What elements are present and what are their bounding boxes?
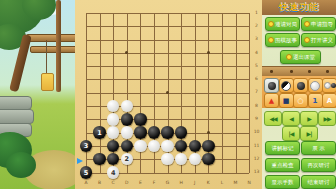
white-stone-tool[interactable] xyxy=(308,78,323,93)
alternate-stone-tool[interactable] xyxy=(279,78,294,93)
black-stone-icon xyxy=(331,83,336,88)
jump-to-end-button[interactable]: ▶| xyxy=(300,126,318,141)
intersection-H11[interactable] xyxy=(174,139,188,152)
intersection-G1[interactable] xyxy=(161,6,175,19)
intersection-C12[interactable] xyxy=(106,153,120,166)
intersection-G11[interactable] xyxy=(161,139,175,152)
intersection-L13[interactable] xyxy=(215,166,229,179)
intersection-J11[interactable] xyxy=(188,139,202,152)
circle-mark-tool[interactable]: ○ xyxy=(293,93,308,108)
intersection-E6[interactable] xyxy=(134,73,148,86)
intersection-M13[interactable] xyxy=(229,166,243,179)
white-stone-icon xyxy=(324,82,331,89)
triangle-mark-tool[interactable]: ▲ xyxy=(264,93,279,108)
column-labels: ABCDEFGHJKLMN xyxy=(79,181,256,186)
row-label-7: 7 xyxy=(252,86,261,99)
black-stone-J11 xyxy=(189,140,201,152)
fast-forward-icon: ▶▶ xyxy=(323,115,330,122)
nail-icon xyxy=(270,70,273,73)
alternate-stone-icon xyxy=(281,81,291,91)
button-dot-icon xyxy=(268,37,274,43)
intersection-H4[interactable] xyxy=(174,46,188,59)
circle-icon: ○ xyxy=(297,97,303,105)
intersection-F1[interactable] xyxy=(147,6,161,19)
intersection-B4[interactable] xyxy=(93,46,107,59)
white-stone-C10 xyxy=(107,126,119,138)
intersection-A8[interactable] xyxy=(79,99,93,112)
intersection-C5[interactable] xyxy=(106,59,120,72)
intersection-K11[interactable] xyxy=(202,139,216,152)
black-stone-K12 xyxy=(202,153,214,165)
intersection-D4[interactable] xyxy=(120,46,134,59)
intersection-B9[interactable] xyxy=(93,113,107,126)
go-board: 13254 ABCDEFGHJKLMN 12345678910111213 xyxy=(75,0,262,189)
intersection-M8[interactable] xyxy=(229,99,243,112)
intersection-M4[interactable] xyxy=(229,46,243,59)
wooden-pole xyxy=(56,0,61,92)
intersection-C1[interactable] xyxy=(106,6,120,19)
intersection-F5[interactable] xyxy=(147,59,161,72)
pointer-marker-icon xyxy=(77,158,83,164)
row-label-13: 13 xyxy=(252,166,261,179)
intersection-J12[interactable] xyxy=(188,153,202,166)
intersection-G6[interactable] xyxy=(161,73,175,86)
black-stone-icon xyxy=(297,82,305,90)
intersection-A13[interactable]: 5 xyxy=(79,166,93,179)
column-label-M: M xyxy=(229,181,243,186)
intersection-D3[interactable] xyxy=(120,33,134,46)
intersection-B12[interactable] xyxy=(93,153,107,166)
intersection-J3[interactable] xyxy=(188,33,202,46)
intersection-J10[interactable] xyxy=(188,126,202,139)
button-dot-icon xyxy=(286,54,292,60)
show-button[interactable]: 展 示 xyxy=(301,141,336,155)
intersection-A6[interactable] xyxy=(79,73,93,86)
intersection-L7[interactable] xyxy=(215,86,229,99)
black-stone-E9 xyxy=(134,113,146,125)
side-panel: 快速功能 邀请对局 申请指导 围棋故事 打开讲义 退出课堂 ▲ ■ ○ 1 A … xyxy=(262,0,336,189)
intersection-M12[interactable] xyxy=(229,153,243,166)
square-mark-tool[interactable]: ■ xyxy=(279,93,294,108)
intersection-B11[interactable] xyxy=(93,139,107,152)
black-stone-D11 xyxy=(121,140,133,152)
intersection-E3[interactable] xyxy=(134,33,148,46)
intersection-K6[interactable] xyxy=(202,73,216,86)
step-backward-icon: ◀ xyxy=(289,115,293,122)
fast-forward-button[interactable]: ▶▶ xyxy=(318,111,336,126)
intersection-J5[interactable] xyxy=(188,59,202,72)
intersection-C3[interactable] xyxy=(106,33,120,46)
star-point-G7 xyxy=(166,91,169,94)
stone-steps xyxy=(0,96,32,110)
intersection-G3[interactable] xyxy=(161,33,175,46)
button-label: 结束研讨 xyxy=(308,179,330,186)
intersection-L3[interactable] xyxy=(215,33,229,46)
intersection-F9[interactable] xyxy=(147,113,161,126)
intersection-B13[interactable] xyxy=(93,166,107,179)
row-label-10: 10 xyxy=(252,126,261,139)
rope xyxy=(46,40,47,74)
go-classroom-app: { "game": "go", "board": { "size": 13, "… xyxy=(0,0,336,189)
white-stone-H12 xyxy=(175,153,187,165)
quick-button-label: 打开讲义 xyxy=(311,37,333,44)
intersection-G9[interactable] xyxy=(161,113,175,126)
jump-to-start-button[interactable]: |◀ xyxy=(282,126,300,141)
intersection-L11[interactable] xyxy=(215,139,229,152)
intersection-A11[interactable]: 3 xyxy=(79,139,93,152)
white-stone-C8 xyxy=(107,100,119,112)
intersection-C7[interactable] xyxy=(106,86,120,99)
intersection-G13[interactable] xyxy=(161,166,175,179)
intersection-D7[interactable] xyxy=(120,86,134,99)
black-stone-D9 xyxy=(121,113,133,125)
intersection-C4[interactable] xyxy=(106,46,120,59)
intersection-K2[interactable] xyxy=(202,20,216,33)
intersection-G4[interactable] xyxy=(161,46,175,59)
intersection-C9[interactable] xyxy=(106,113,120,126)
intersection-C6[interactable] xyxy=(106,73,120,86)
nail-icon xyxy=(326,70,329,73)
row-label-6: 6 xyxy=(252,73,261,86)
show-move-numbers-button[interactable]: 显示手数 xyxy=(265,175,300,189)
intersection-H12[interactable] xyxy=(174,153,188,166)
intersection-D8[interactable] xyxy=(120,99,134,112)
intersection-F11[interactable] xyxy=(147,139,161,152)
black-stone-C12 xyxy=(107,153,119,165)
intersection-E5[interactable] xyxy=(134,59,148,72)
quick-button-label: 申请指导 xyxy=(311,21,333,28)
intersection-M9[interactable] xyxy=(229,113,243,126)
lecture-marks-button[interactable]: 讲解标记 xyxy=(265,141,300,155)
row-label-2: 2 xyxy=(252,20,261,33)
intersection-D11[interactable] xyxy=(120,139,134,152)
intersection-A5[interactable] xyxy=(79,59,93,72)
white-stone-D8 xyxy=(121,100,133,112)
intersection-H5[interactable] xyxy=(174,59,188,72)
intersection-L1[interactable] xyxy=(215,6,229,19)
column-label-J: J xyxy=(188,181,202,186)
intersection-H2[interactable] xyxy=(174,20,188,33)
column-label-C: C xyxy=(106,181,120,186)
intersection-D2[interactable] xyxy=(120,20,134,33)
intersection-M6[interactable] xyxy=(229,73,243,86)
intersection-H3[interactable] xyxy=(174,33,188,46)
scene-background xyxy=(0,0,75,189)
row-label-1: 1 xyxy=(252,6,261,19)
fast-backward-button[interactable]: ◀◀ xyxy=(264,111,282,126)
exit-classroom-button[interactable]: 退出课堂 xyxy=(280,50,321,64)
column-label-N: N xyxy=(242,181,256,186)
intersection-K9[interactable] xyxy=(202,113,216,126)
intersection-E12[interactable] xyxy=(134,153,148,166)
intersection-G12[interactable] xyxy=(161,153,175,166)
intersection-K7[interactable] xyxy=(202,86,216,99)
jump-to-end-icon: ▶| xyxy=(307,130,312,137)
intersection-B1[interactable] xyxy=(93,6,107,19)
intersection-M5[interactable] xyxy=(229,59,243,72)
intersection-M1[interactable] xyxy=(229,6,243,19)
step-forward-button[interactable]: ▶ xyxy=(300,111,318,126)
intersection-F2[interactable] xyxy=(147,20,161,33)
column-label-E: E xyxy=(134,181,148,186)
end-discussion-button[interactable]: 结束研讨 xyxy=(301,175,336,189)
intersection-B2[interactable] xyxy=(93,20,107,33)
intersection-M2[interactable] xyxy=(229,20,243,33)
intersection-C2[interactable] xyxy=(106,20,120,33)
black-stone-H10 xyxy=(175,126,187,138)
button-dot-icon xyxy=(268,21,274,27)
column-label-H: H xyxy=(174,181,188,186)
letter-icon: A xyxy=(327,97,332,105)
column-label-D: D xyxy=(120,181,134,186)
intersection-H6[interactable] xyxy=(174,73,188,86)
black-stone-C11 xyxy=(107,140,119,152)
intersection-F13[interactable] xyxy=(147,166,161,179)
intersection-G5[interactable] xyxy=(161,59,175,72)
intersection-L10[interactable] xyxy=(215,126,229,139)
quick-button-label: 邀请对局 xyxy=(275,21,297,28)
intersection-C13[interactable]: 4 xyxy=(106,166,120,179)
black-stone-E10 xyxy=(134,126,146,138)
row-label-4: 4 xyxy=(252,46,261,59)
panel-title: 快速功能 xyxy=(279,1,319,14)
white-stone-D12: 2 xyxy=(121,153,133,165)
black-stone-A11: 3 xyxy=(80,140,92,152)
intersection-L8[interactable] xyxy=(215,99,229,112)
intersection-J1[interactable] xyxy=(188,6,202,19)
intersection-G7[interactable] xyxy=(161,86,175,99)
key-point-check-button[interactable]: 重点检查 xyxy=(265,158,300,172)
intersection-E13[interactable] xyxy=(134,166,148,179)
intersection-M7[interactable] xyxy=(229,86,243,99)
white-stone-icon xyxy=(310,81,320,91)
intersection-H1[interactable] xyxy=(174,6,188,19)
intersection-J8[interactable] xyxy=(188,99,202,112)
intersection-L5[interactable] xyxy=(215,59,229,72)
intersection-D10[interactable] xyxy=(120,126,134,139)
hanging-tag xyxy=(41,73,54,91)
intersection-E9[interactable] xyxy=(134,113,148,126)
intersection-E7[interactable] xyxy=(134,86,148,99)
white-stone-C9 xyxy=(107,113,119,125)
intersection-B5[interactable] xyxy=(93,59,107,72)
star-point-K4 xyxy=(207,51,210,54)
panel-header: 快速功能 xyxy=(262,0,336,15)
intersection-K8[interactable] xyxy=(202,99,216,112)
go-grid: 13254 xyxy=(79,6,256,179)
intersection-F6[interactable] xyxy=(147,73,161,86)
intersection-J13[interactable] xyxy=(188,166,202,179)
intersection-D6[interactable] xyxy=(120,73,134,86)
intersection-E4[interactable] xyxy=(134,46,148,59)
intersection-J7[interactable] xyxy=(188,86,202,99)
intersection-K10[interactable] xyxy=(202,126,216,139)
black-stone-K11 xyxy=(202,140,214,152)
black-stone-A13: 5 xyxy=(80,166,92,178)
wooden-bridge xyxy=(26,34,75,42)
black-stone-H11 xyxy=(175,140,187,152)
intersection-A2[interactable] xyxy=(79,20,93,33)
white-stone-J12 xyxy=(189,153,201,165)
intersection-F12[interactable] xyxy=(147,153,161,166)
black-stone-tool[interactable] xyxy=(264,78,279,93)
intersection-G8[interactable] xyxy=(161,99,175,112)
row-labels: 12345678910111213 xyxy=(252,6,261,179)
trial-stone-tool[interactable] xyxy=(322,78,336,93)
intersection-D5[interactable] xyxy=(120,59,134,72)
white-stone-F11 xyxy=(148,140,160,152)
intersection-B10[interactable]: 1 xyxy=(93,126,107,139)
column-label-F: F xyxy=(147,181,161,186)
intersection-B7[interactable] xyxy=(93,86,107,99)
intersection-E8[interactable] xyxy=(134,99,148,112)
intersection-E1[interactable] xyxy=(134,6,148,19)
intersection-E10[interactable] xyxy=(134,126,148,139)
row-label-3: 3 xyxy=(252,33,261,46)
intersection-E2[interactable] xyxy=(134,20,148,33)
intersection-J4[interactable] xyxy=(188,46,202,59)
intersection-A9[interactable] xyxy=(79,113,93,126)
intersection-L12[interactable] xyxy=(215,153,229,166)
number-icon: 1 xyxy=(313,97,318,105)
column-label-L: L xyxy=(215,181,229,186)
intersection-F10[interactable] xyxy=(147,126,161,139)
intersection-K5[interactable] xyxy=(202,59,216,72)
intersection-F8[interactable] xyxy=(147,99,161,112)
quick-button-label: 围棋故事 xyxy=(275,37,297,44)
intersection-L6[interactable] xyxy=(215,73,229,86)
column-label-A: A xyxy=(79,181,93,186)
intersection-H9[interactable] xyxy=(174,113,188,126)
row-label-5: 5 xyxy=(252,59,261,72)
black-stone-G10 xyxy=(161,126,173,138)
intersection-F7[interactable] xyxy=(147,86,161,99)
intersection-J6[interactable] xyxy=(188,73,202,86)
intersection-K1[interactable] xyxy=(202,6,216,19)
intersection-M10[interactable] xyxy=(229,126,243,139)
white-stone-D10 xyxy=(121,126,133,138)
row-label-9: 9 xyxy=(252,113,261,126)
intersection-B8[interactable] xyxy=(93,99,107,112)
intersection-K4[interactable] xyxy=(202,46,216,59)
intersection-D1[interactable] xyxy=(120,6,134,19)
white-stone-G12 xyxy=(161,153,173,165)
quick-button-request-guidance[interactable]: 申请指导 xyxy=(301,17,336,31)
intersection-L2[interactable] xyxy=(215,20,229,33)
column-label-B: B xyxy=(93,181,107,186)
step-backward-button[interactable]: ◀ xyxy=(282,111,300,126)
intersection-D13[interactable] xyxy=(120,166,134,179)
intersection-D12[interactable]: 2 xyxy=(120,153,134,166)
letter-mark-tool[interactable]: A xyxy=(322,93,336,108)
wooden-bridge-rail xyxy=(30,46,75,53)
intersection-J9[interactable] xyxy=(188,113,202,126)
jump-to-start-icon: |◀ xyxy=(289,130,294,137)
intersection-H8[interactable] xyxy=(174,99,188,112)
intersection-A7[interactable] xyxy=(79,86,93,99)
button-dot-icon xyxy=(304,21,310,27)
intersection-A10[interactable] xyxy=(79,126,93,139)
step-forward-icon: ▶ xyxy=(307,115,311,122)
row-label-12: 12 xyxy=(252,153,261,166)
black-stone-F10 xyxy=(148,126,160,138)
black-stone-B10: 1 xyxy=(93,126,105,138)
bush xyxy=(6,152,36,178)
triangle-icon: ▲ xyxy=(269,97,274,105)
intersection-K3[interactable] xyxy=(202,33,216,46)
quick-button-invite-game[interactable]: 邀请对局 xyxy=(265,17,300,31)
intersection-A4[interactable] xyxy=(79,46,93,59)
row-label-11: 11 xyxy=(252,139,261,152)
quick-button-open-notes[interactable]: 打开讲义 xyxy=(301,33,336,47)
black-stone-B12 xyxy=(93,153,105,165)
intersection-G2[interactable] xyxy=(161,20,175,33)
button-label: 展 示 xyxy=(312,145,325,152)
intersection-L4[interactable] xyxy=(215,46,229,59)
intersection-D9[interactable] xyxy=(120,113,134,126)
intersection-F3[interactable] xyxy=(147,33,161,46)
star-point-D4 xyxy=(125,51,128,54)
white-stone-C13: 4 xyxy=(107,166,119,178)
black-small-stone-tool[interactable] xyxy=(293,78,308,93)
star-point-K10 xyxy=(207,131,210,134)
stone-steps xyxy=(0,109,34,124)
intersection-M3[interactable] xyxy=(229,33,243,46)
white-stone-G11 xyxy=(161,140,173,152)
discuss-again-button[interactable]: 再次研讨 xyxy=(301,158,336,172)
intersection-C8[interactable] xyxy=(106,99,120,112)
button-label: 再次研讨 xyxy=(308,162,330,169)
intersection-A3[interactable] xyxy=(79,33,93,46)
nail-icon xyxy=(290,70,293,73)
intersection-C10[interactable] xyxy=(106,126,120,139)
number-mark-tool[interactable]: 1 xyxy=(308,93,323,108)
exit-button-label: 退出课堂 xyxy=(293,54,315,61)
intersection-B3[interactable] xyxy=(93,33,107,46)
intersection-H7[interactable] xyxy=(174,86,188,99)
black-stone-icon xyxy=(268,82,276,90)
intersection-K13[interactable] xyxy=(202,166,216,179)
quick-button-go-stories[interactable]: 围棋故事 xyxy=(265,33,300,47)
column-label-G: G xyxy=(161,181,175,186)
intersection-F4[interactable] xyxy=(147,46,161,59)
intersection-H13[interactable] xyxy=(174,166,188,179)
button-dot-icon xyxy=(304,37,310,43)
intersection-L9[interactable] xyxy=(215,113,229,126)
intersection-C11[interactable] xyxy=(106,139,120,152)
nail-icon xyxy=(308,70,311,73)
white-stone-E11 xyxy=(134,140,146,152)
intersection-H10[interactable] xyxy=(174,126,188,139)
row-label-8: 8 xyxy=(252,99,261,112)
fast-backward-icon: ◀◀ xyxy=(269,115,276,122)
column-label-K: K xyxy=(202,181,216,186)
button-label: 重点检查 xyxy=(272,162,294,169)
intersection-A1[interactable] xyxy=(79,6,93,19)
button-label: 讲解标记 xyxy=(272,145,294,152)
intersection-J2[interactable] xyxy=(188,20,202,33)
intersection-E11[interactable] xyxy=(134,139,148,152)
button-label: 显示手数 xyxy=(272,179,294,186)
intersection-G10[interactable] xyxy=(161,126,175,139)
intersection-K12[interactable] xyxy=(202,153,216,166)
square-icon: ■ xyxy=(283,97,290,105)
intersection-B6[interactable] xyxy=(93,73,107,86)
intersection-M11[interactable] xyxy=(229,139,243,152)
